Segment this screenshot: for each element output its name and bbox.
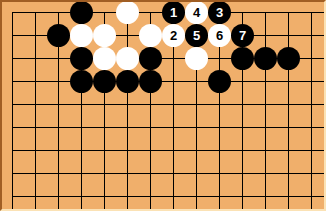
white-stone bbox=[185, 47, 208, 70]
black-stone: 3 bbox=[208, 1, 231, 24]
white-stone bbox=[116, 47, 139, 70]
black-stone bbox=[47, 24, 70, 47]
white-stone bbox=[116, 1, 139, 24]
grid-line-vertical bbox=[127, 12, 128, 209]
move-number: 6 bbox=[216, 29, 223, 42]
move-number: 1 bbox=[170, 6, 177, 19]
black-stone: 1 bbox=[162, 1, 185, 24]
white-stone: 6 bbox=[208, 24, 231, 47]
white-stone bbox=[93, 47, 116, 70]
black-stone bbox=[231, 47, 254, 70]
move-number: 3 bbox=[216, 6, 223, 19]
black-stone bbox=[70, 47, 93, 70]
grid-line-vertical bbox=[311, 12, 312, 209]
move-number: 4 bbox=[193, 6, 200, 19]
move-number: 2 bbox=[170, 29, 177, 42]
go-diagram-frame: 1432567 bbox=[0, 0, 326, 211]
black-stone bbox=[139, 47, 162, 70]
black-stone: 5 bbox=[185, 24, 208, 47]
black-stone bbox=[93, 70, 116, 93]
black-stone bbox=[139, 70, 162, 93]
grid-line-vertical bbox=[35, 12, 36, 209]
white-stone bbox=[93, 24, 116, 47]
grid-line-vertical bbox=[288, 12, 289, 209]
black-stone bbox=[70, 1, 93, 24]
white-stone bbox=[139, 24, 162, 47]
grid-line-vertical bbox=[12, 12, 13, 209]
black-stone bbox=[208, 70, 231, 93]
go-board: 1432567 bbox=[2, 2, 324, 209]
move-number: 7 bbox=[239, 29, 246, 42]
black-stone: 7 bbox=[231, 24, 254, 47]
black-stone bbox=[254, 47, 277, 70]
move-number: 5 bbox=[193, 29, 200, 42]
white-stone bbox=[70, 24, 93, 47]
white-stone: 2 bbox=[162, 24, 185, 47]
white-stone: 4 bbox=[185, 1, 208, 24]
grid-line-vertical bbox=[265, 12, 266, 209]
black-stone bbox=[70, 70, 93, 93]
black-stone bbox=[116, 70, 139, 93]
black-stone bbox=[277, 47, 300, 70]
